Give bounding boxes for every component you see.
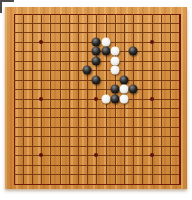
grid-line-horizontal	[14, 136, 181, 137]
grid-line-horizontal	[14, 184, 181, 186]
white-stone-kd[interactable]	[101, 37, 110, 46]
black-stone-jf[interactable]	[92, 56, 101, 65]
grid-line-vertical	[142, 14, 143, 185]
black-stone-jh[interactable]	[92, 75, 101, 84]
grid-line-horizontal	[14, 117, 181, 118]
black-stone-ig[interactable]	[83, 66, 92, 75]
white-stone-mj[interactable]	[119, 94, 128, 103]
grid-line-horizontal	[14, 146, 181, 147]
grid-line-horizontal	[14, 174, 181, 175]
black-stone-lj[interactable]	[110, 94, 119, 103]
star-point	[94, 153, 98, 157]
black-stone-je[interactable]	[92, 47, 101, 56]
grid-line-horizontal	[14, 127, 181, 128]
black-stone-ne[interactable]	[129, 47, 138, 56]
black-stone-mh[interactable]	[119, 75, 128, 84]
black-stone-li[interactable]	[110, 85, 119, 94]
window-corner-mark	[0, 0, 14, 2]
star-point	[150, 97, 154, 101]
star-point	[39, 40, 43, 44]
white-stone-le[interactable]	[110, 47, 119, 56]
star-point	[39, 97, 43, 101]
grid-line-horizontal	[14, 108, 181, 109]
star-point	[150, 40, 154, 44]
black-stone-jd[interactable]	[92, 37, 101, 46]
black-stone-ni[interactable]	[129, 85, 138, 94]
white-stone-lf[interactable]	[110, 56, 119, 65]
window-corner-mark	[0, 0, 2, 13]
grid-line-vertical	[161, 14, 162, 185]
grid-line-vertical	[133, 14, 134, 185]
white-stone-mi[interactable]	[119, 85, 128, 94]
grid-line-vertical	[170, 14, 171, 185]
grid-line-vertical	[179, 14, 181, 185]
star-point	[150, 153, 154, 157]
grid-line-horizontal	[14, 165, 181, 166]
star-point	[39, 153, 43, 157]
tengen-star-point	[94, 97, 98, 101]
go-board[interactable]	[5, 7, 187, 189]
black-stone-ke[interactable]	[101, 47, 110, 56]
white-stone-kj[interactable]	[101, 94, 110, 103]
screenshot-stage	[0, 0, 192, 200]
white-stone-lg[interactable]	[110, 66, 119, 75]
